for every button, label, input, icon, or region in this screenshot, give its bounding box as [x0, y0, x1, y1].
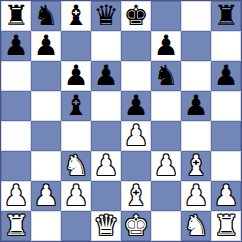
square-b4[interactable]	[31, 121, 61, 151]
square-g7[interactable]	[181, 31, 211, 61]
black-pawn-piece[interactable]: ♟	[63, 62, 88, 90]
black-pawn-piece[interactable]: ♟	[93, 62, 118, 90]
square-d3[interactable]: ♟	[91, 151, 121, 181]
square-b6[interactable]	[31, 61, 61, 91]
square-h2[interactable]: ♟	[211, 181, 241, 211]
square-a6[interactable]	[1, 61, 31, 91]
square-e2[interactable]: ♝	[121, 181, 151, 211]
white-pawn-piece[interactable]: ♟	[153, 152, 178, 180]
square-c5[interactable]: ♝	[61, 91, 91, 121]
white-pawn-piece[interactable]: ♟	[63, 182, 88, 210]
black-pawn-piece[interactable]: ♟	[33, 32, 58, 60]
white-pawn-piece[interactable]: ♟	[123, 122, 148, 150]
black-bishop-piece[interactable]: ♝	[63, 2, 88, 30]
black-bishop-piece[interactable]: ♝	[63, 92, 88, 120]
square-c3[interactable]: ♞	[61, 151, 91, 181]
white-pawn-piece[interactable]: ♟	[3, 182, 28, 210]
square-h8[interactable]: ♜	[211, 1, 241, 31]
white-rook-piece[interactable]: ♜	[213, 212, 238, 240]
white-queen-piece[interactable]: ♛	[93, 212, 118, 240]
square-e4[interactable]: ♟	[121, 121, 151, 151]
square-d2[interactable]	[91, 181, 121, 211]
square-f1[interactable]	[151, 211, 181, 241]
square-e1[interactable]: ♚	[121, 211, 151, 241]
square-g8[interactable]	[181, 1, 211, 31]
square-g2[interactable]: ♟	[181, 181, 211, 211]
square-e5[interactable]: ♟	[121, 91, 151, 121]
square-e7[interactable]	[121, 31, 151, 61]
square-d7[interactable]	[91, 31, 121, 61]
white-pawn-piece[interactable]: ♟	[183, 182, 208, 210]
square-b7[interactable]: ♟	[31, 31, 61, 61]
square-f3[interactable]: ♟	[151, 151, 181, 181]
square-b1[interactable]	[31, 211, 61, 241]
square-h5[interactable]	[211, 91, 241, 121]
square-d1[interactable]: ♛	[91, 211, 121, 241]
square-c1[interactable]	[61, 211, 91, 241]
square-c7[interactable]	[61, 31, 91, 61]
white-pawn-piece[interactable]: ♟	[213, 182, 238, 210]
white-bishop-piece[interactable]: ♝	[183, 152, 208, 180]
black-queen-piece[interactable]: ♛	[93, 2, 118, 30]
square-f4[interactable]	[151, 121, 181, 151]
square-h1[interactable]: ♜	[211, 211, 241, 241]
square-f5[interactable]	[151, 91, 181, 121]
square-g6[interactable]	[181, 61, 211, 91]
square-h4[interactable]	[211, 121, 241, 151]
square-c2[interactable]: ♟	[61, 181, 91, 211]
black-pawn-piece[interactable]: ♟	[3, 32, 28, 60]
square-c8[interactable]: ♝	[61, 1, 91, 31]
black-king-piece[interactable]: ♚	[123, 2, 148, 30]
white-knight-piece[interactable]: ♞	[183, 212, 208, 240]
square-f2[interactable]	[151, 181, 181, 211]
black-knight-piece[interactable]: ♞	[33, 2, 58, 30]
black-pawn-piece[interactable]: ♟	[213, 62, 238, 90]
square-a2[interactable]: ♟	[1, 181, 31, 211]
square-d4[interactable]	[91, 121, 121, 151]
square-g4[interactable]	[181, 121, 211, 151]
black-rook-piece[interactable]: ♜	[3, 2, 28, 30]
black-knight-piece[interactable]: ♞	[153, 62, 178, 90]
square-b2[interactable]: ♟	[31, 181, 61, 211]
square-e6[interactable]	[121, 61, 151, 91]
square-e3[interactable]	[121, 151, 151, 181]
square-c4[interactable]	[61, 121, 91, 151]
square-d6[interactable]: ♟	[91, 61, 121, 91]
square-c6[interactable]: ♟	[61, 61, 91, 91]
black-pawn-piece[interactable]: ♟	[153, 32, 178, 60]
square-a7[interactable]: ♟	[1, 31, 31, 61]
white-knight-piece[interactable]: ♞	[63, 152, 88, 180]
white-pawn-piece[interactable]: ♟	[33, 182, 58, 210]
square-a3[interactable]	[1, 151, 31, 181]
square-e8[interactable]: ♚	[121, 1, 151, 31]
square-b3[interactable]	[31, 151, 61, 181]
white-pawn-piece[interactable]: ♟	[93, 152, 118, 180]
square-b5[interactable]	[31, 91, 61, 121]
black-pawn-piece[interactable]: ♟	[183, 92, 208, 120]
square-g1[interactable]: ♞	[181, 211, 211, 241]
square-f7[interactable]: ♟	[151, 31, 181, 61]
square-f6[interactable]: ♞	[151, 61, 181, 91]
square-a5[interactable]	[1, 91, 31, 121]
square-h6[interactable]: ♟	[211, 61, 241, 91]
square-d8[interactable]: ♛	[91, 1, 121, 31]
square-a4[interactable]	[1, 121, 31, 151]
square-d5[interactable]	[91, 91, 121, 121]
white-king-piece[interactable]: ♚	[123, 212, 148, 240]
square-b8[interactable]: ♞	[31, 1, 61, 31]
square-h3[interactable]	[211, 151, 241, 181]
square-f8[interactable]	[151, 1, 181, 31]
white-bishop-piece[interactable]: ♝	[123, 182, 148, 210]
square-g5[interactable]: ♟	[181, 91, 211, 121]
black-rook-piece[interactable]: ♜	[213, 2, 238, 30]
white-rook-piece[interactable]: ♜	[3, 212, 28, 240]
chess-board: ♜♞♝♛♚♜♟♟♟♟♟♞♟♝♟♟♟♞♟♟♝♟♟♟♝♟♟♜♛♚♞♜	[0, 0, 242, 242]
square-a8[interactable]: ♜	[1, 1, 31, 31]
square-h7[interactable]	[211, 31, 241, 61]
square-a1[interactable]: ♜	[1, 211, 31, 241]
square-g3[interactable]: ♝	[181, 151, 211, 181]
black-pawn-piece[interactable]: ♟	[123, 92, 148, 120]
